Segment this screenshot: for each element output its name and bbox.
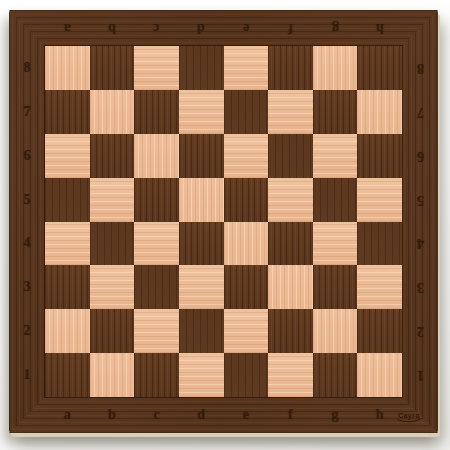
file-top-label-f: f [288, 21, 293, 35]
square-g5[interactable] [313, 178, 358, 222]
square-b5[interactable] [90, 178, 135, 222]
square-e8[interactable] [224, 46, 269, 90]
file-bottom-label-f: f [288, 408, 293, 422]
square-e6[interactable] [224, 134, 269, 178]
square-f2[interactable] [268, 309, 313, 353]
square-b4[interactable] [90, 222, 135, 266]
square-b7[interactable] [90, 90, 135, 134]
rank-right-label-4: 4 [417, 236, 424, 250]
rank-right-label-1: 1 [417, 368, 424, 382]
square-e7[interactable] [224, 90, 269, 134]
file-top-label-b: b [108, 21, 116, 35]
file-labels-top: abcdefgh [45, 10, 402, 46]
chess-board: abcdefgh abcdefgh 87654321 87654321 Cayr… [9, 10, 438, 433]
square-c4[interactable] [134, 222, 179, 266]
square-f6[interactable] [268, 134, 313, 178]
playfield [45, 46, 402, 397]
square-a2[interactable] [45, 309, 90, 353]
rank-right-label-2: 2 [417, 324, 424, 338]
square-h2[interactable] [357, 309, 402, 353]
square-b8[interactable] [90, 46, 135, 90]
square-c3[interactable] [134, 265, 179, 309]
square-h4[interactable] [357, 222, 402, 266]
brand-logo: Cayro [396, 412, 422, 424]
file-bottom-label-g: g [332, 408, 339, 422]
rank-left-label-4: 4 [24, 236, 31, 250]
square-a4[interactable] [45, 222, 90, 266]
rank-left-label-5: 5 [24, 193, 31, 207]
square-f8[interactable] [268, 46, 313, 90]
square-f4[interactable] [268, 222, 313, 266]
square-d6[interactable] [179, 134, 224, 178]
square-d7[interactable] [179, 90, 224, 134]
square-a6[interactable] [45, 134, 90, 178]
square-d4[interactable] [179, 222, 224, 266]
rank-labels-left: 87654321 [9, 46, 45, 397]
square-f7[interactable] [268, 90, 313, 134]
square-e5[interactable] [224, 178, 269, 222]
square-a1[interactable] [45, 353, 90, 397]
square-g2[interactable] [313, 309, 358, 353]
page-background: abcdefgh abcdefgh 87654321 87654321 Cayr… [0, 0, 450, 450]
file-top-label-a: a [64, 21, 71, 35]
square-g1[interactable] [313, 353, 358, 397]
rank-right-label-8: 8 [417, 61, 424, 75]
square-d1[interactable] [179, 353, 224, 397]
file-bottom-label-e: e [243, 408, 249, 422]
square-e3[interactable] [224, 265, 269, 309]
rank-left-label-7: 7 [24, 105, 31, 119]
file-bottom-label-b: b [108, 408, 116, 422]
square-a3[interactable] [45, 265, 90, 309]
rank-right-label-7: 7 [417, 105, 424, 119]
brand-logo-swoosh [396, 418, 422, 424]
square-f1[interactable] [268, 353, 313, 397]
square-b1[interactable] [90, 353, 135, 397]
square-c6[interactable] [134, 134, 179, 178]
square-d8[interactable] [179, 46, 224, 90]
square-b3[interactable] [90, 265, 135, 309]
rank-left-label-1: 1 [24, 368, 31, 382]
square-a7[interactable] [45, 90, 90, 134]
square-c2[interactable] [134, 309, 179, 353]
square-c8[interactable] [134, 46, 179, 90]
file-top-label-e: e [243, 21, 249, 35]
file-top-label-c: c [153, 21, 159, 35]
square-c7[interactable] [134, 90, 179, 134]
rank-labels-right: 87654321 [402, 46, 438, 397]
square-d5[interactable] [179, 178, 224, 222]
square-e1[interactable] [224, 353, 269, 397]
square-d3[interactable] [179, 265, 224, 309]
square-h3[interactable] [357, 265, 402, 309]
file-bottom-label-a: a [64, 408, 71, 422]
square-g8[interactable] [313, 46, 358, 90]
square-h1[interactable] [357, 353, 402, 397]
square-h7[interactable] [357, 90, 402, 134]
square-h6[interactable] [357, 134, 402, 178]
square-g3[interactable] [313, 265, 358, 309]
square-g4[interactable] [313, 222, 358, 266]
square-g7[interactable] [313, 90, 358, 134]
file-top-label-g: g [332, 21, 339, 35]
rank-left-label-2: 2 [24, 324, 31, 338]
rank-right-label-5: 5 [417, 193, 424, 207]
square-e2[interactable] [224, 309, 269, 353]
square-f5[interactable] [268, 178, 313, 222]
square-b2[interactable] [90, 309, 135, 353]
file-top-label-h: h [376, 21, 384, 35]
rank-left-label-8: 8 [24, 61, 31, 75]
file-top-label-d: d [197, 21, 205, 35]
rank-right-label-3: 3 [417, 280, 424, 294]
rank-left-label-6: 6 [24, 149, 31, 163]
square-c5[interactable] [134, 178, 179, 222]
file-bottom-label-d: d [197, 408, 205, 422]
square-a5[interactable] [45, 178, 90, 222]
file-bottom-label-h: h [376, 408, 384, 422]
square-f3[interactable] [268, 265, 313, 309]
rank-right-label-6: 6 [417, 149, 424, 163]
square-b6[interactable] [90, 134, 135, 178]
square-a8[interactable] [45, 46, 90, 90]
square-h8[interactable] [357, 46, 402, 90]
square-d2[interactable] [179, 309, 224, 353]
square-h5[interactable] [357, 178, 402, 222]
square-g6[interactable] [313, 134, 358, 178]
file-bottom-label-c: c [153, 408, 159, 422]
square-c1[interactable] [134, 353, 179, 397]
rank-left-label-3: 3 [24, 280, 31, 294]
square-e4[interactable] [224, 222, 269, 266]
file-labels-bottom: abcdefgh [45, 397, 402, 433]
